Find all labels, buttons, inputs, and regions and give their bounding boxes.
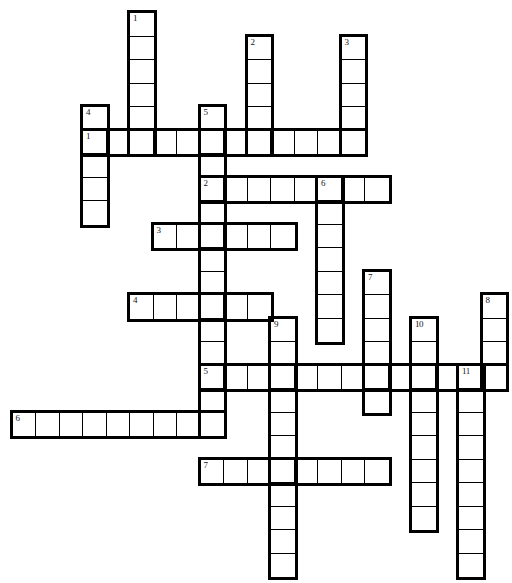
cell-r13-c20[interactable] — [483, 319, 507, 343]
cell-r20-c19[interactable] — [459, 483, 483, 507]
cell-r17-c2[interactable] — [60, 413, 84, 437]
cell-r5-c10[interactable] — [248, 131, 272, 155]
cell-r20-c11[interactable] — [271, 483, 295, 507]
cell-r17-c7[interactable] — [177, 413, 201, 437]
cell-r17-c6[interactable] — [154, 413, 178, 437]
cell-r9-c9[interactable] — [224, 225, 248, 249]
cell-r17-c4[interactable] — [107, 413, 131, 437]
cell-r5-c14[interactable] — [342, 131, 366, 155]
cell-r21-c19[interactable] — [459, 507, 483, 531]
cell-r17-c1[interactable] — [36, 413, 60, 437]
across-5-word: 5 — [198, 363, 510, 393]
cell-r18-c17[interactable] — [412, 436, 436, 460]
cell-r2-c14[interactable] — [342, 60, 366, 84]
cell-r18-c19[interactable] — [459, 436, 483, 460]
down-8-number-label: 8 — [486, 295, 490, 305]
down-11-word: 11 — [456, 363, 486, 581]
cell-r7-c9[interactable] — [224, 178, 248, 202]
cell-r7-c14[interactable] — [342, 178, 366, 202]
down-10-number-label: 10 — [415, 319, 423, 329]
cell-r9-c11[interactable] — [271, 225, 295, 249]
down-7-word: 7 — [362, 269, 392, 416]
cell-r12-c6[interactable] — [154, 295, 178, 319]
across-1-word: 1 — [80, 128, 368, 158]
cell-r21-c11[interactable] — [271, 507, 295, 531]
cell-r19-c11[interactable] — [271, 460, 295, 484]
cell-r9-c13[interactable] — [318, 225, 342, 249]
cell-r17-c5[interactable] — [130, 413, 154, 437]
cell-r15-c14[interactable] — [342, 366, 366, 390]
cell-r20-c17[interactable] — [412, 483, 436, 507]
cell-r16-c17[interactable] — [412, 389, 436, 413]
cell-r5-c8[interactable] — [201, 131, 225, 155]
cell-r15-c20[interactable] — [483, 366, 507, 390]
cell-r5-c7[interactable] — [177, 131, 201, 155]
crossword-board: 12345678910111234567 — [0, 0, 512, 583]
cell-r17-c17[interactable] — [412, 413, 436, 437]
across-7-number-label: 7 — [204, 460, 208, 470]
cell-r5-c4[interactable] — [107, 131, 131, 155]
cell-r3-c14[interactable] — [342, 84, 366, 108]
cell-r3-c10[interactable] — [248, 84, 272, 108]
cell-r12-c7[interactable] — [177, 295, 201, 319]
down-2-number-label: 2 — [251, 37, 255, 47]
cell-r7-c3[interactable] — [83, 178, 107, 202]
cell-r5-c5[interactable] — [130, 131, 154, 155]
cell-r1-c5[interactable] — [130, 37, 154, 61]
cell-r7-c10[interactable] — [248, 178, 272, 202]
cell-r6-c3[interactable] — [83, 154, 107, 178]
cell-r9-c8[interactable] — [201, 225, 225, 249]
cell-r21-c17[interactable] — [412, 507, 436, 531]
cell-r15-c18[interactable] — [436, 366, 460, 390]
cell-r15-c12[interactable] — [295, 366, 319, 390]
down-10-word: 10 — [409, 316, 439, 534]
down-1-number-label: 1 — [133, 13, 137, 23]
cell-r15-c13[interactable] — [318, 366, 342, 390]
cell-r5-c9[interactable] — [224, 131, 248, 155]
cell-r13-c13[interactable] — [318, 319, 342, 343]
cell-r12-c10[interactable] — [248, 295, 272, 319]
cell-r17-c19[interactable] — [459, 413, 483, 437]
cell-r9-c7[interactable] — [177, 225, 201, 249]
across-6-word: 6 — [10, 410, 228, 440]
across-6-number-label: 6 — [16, 413, 20, 423]
cell-r7-c15[interactable] — [365, 178, 389, 202]
down-3-number-label: 3 — [345, 37, 349, 47]
across-3-word: 3 — [151, 222, 298, 252]
cell-r5-c11[interactable] — [271, 131, 295, 155]
cell-r16-c15[interactable] — [365, 389, 389, 413]
cell-r22-c11[interactable] — [271, 530, 295, 554]
across-2-number-label: 2 — [204, 178, 208, 188]
cell-r23-c19[interactable] — [459, 554, 483, 578]
cell-r19-c14[interactable] — [342, 460, 366, 484]
cell-r19-c17[interactable] — [412, 460, 436, 484]
cell-r19-c19[interactable] — [459, 460, 483, 484]
cell-r8-c3[interactable] — [83, 201, 107, 225]
cell-r15-c16[interactable] — [389, 366, 413, 390]
cell-r19-c9[interactable] — [224, 460, 248, 484]
cell-r15-c10[interactable] — [248, 366, 272, 390]
cell-r13-c15[interactable] — [365, 319, 389, 343]
cell-r15-c19[interactable] — [459, 366, 483, 390]
cell-r7-c12[interactable] — [295, 178, 319, 202]
across-5-number-label: 5 — [204, 366, 208, 376]
cell-r15-c11[interactable] — [271, 366, 295, 390]
cell-r16-c19[interactable] — [459, 389, 483, 413]
down-4-word: 4 — [80, 104, 110, 228]
cell-r2-c5[interactable] — [130, 60, 154, 84]
cell-r19-c15[interactable] — [365, 460, 389, 484]
across-4-word: 4 — [127, 292, 274, 322]
cell-r13-c8[interactable] — [201, 319, 225, 343]
down-9-word: 9 — [268, 316, 298, 581]
cell-r7-c11[interactable] — [271, 178, 295, 202]
cell-r12-c13[interactable] — [318, 295, 342, 319]
cell-r19-c13[interactable] — [318, 460, 342, 484]
down-5-number-label: 5 — [204, 107, 208, 117]
cell-r19-c10[interactable] — [248, 460, 272, 484]
cell-r17-c11[interactable] — [271, 413, 295, 437]
cell-r12-c9[interactable] — [224, 295, 248, 319]
cell-r5-c13[interactable] — [318, 131, 342, 155]
cell-r17-c3[interactable] — [83, 413, 107, 437]
cell-r23-c11[interactable] — [271, 554, 295, 578]
down-7-number-label: 7 — [368, 272, 372, 282]
across-1-number-label: 1 — [86, 131, 90, 141]
cell-r17-c8[interactable] — [201, 413, 225, 437]
cell-r7-c13[interactable] — [318, 178, 342, 202]
cell-r5-c12[interactable] — [295, 131, 319, 155]
across-2-word: 2 — [198, 175, 392, 205]
cell-r22-c19[interactable] — [459, 530, 483, 554]
cell-r8-c13[interactable] — [318, 201, 342, 225]
cell-r5-c6[interactable] — [154, 131, 178, 155]
cell-r15-c15[interactable] — [365, 366, 389, 390]
cell-r12-c15[interactable] — [365, 295, 389, 319]
cell-r11-c13[interactable] — [318, 272, 342, 296]
cell-r2-c10[interactable] — [248, 60, 272, 84]
cell-r12-c8[interactable] — [201, 295, 225, 319]
cell-r15-c17[interactable] — [412, 366, 436, 390]
cell-r19-c12[interactable] — [295, 460, 319, 484]
cell-r3-c5[interactable] — [130, 84, 154, 108]
across-7-word: 7 — [198, 457, 392, 487]
cell-r10-c13[interactable] — [318, 248, 342, 272]
across-3-number-label: 3 — [157, 225, 161, 235]
cell-r16-c11[interactable] — [271, 389, 295, 413]
down-9-number-label: 9 — [274, 319, 278, 329]
cell-r9-c10[interactable] — [248, 225, 272, 249]
down-4-number-label: 4 — [86, 107, 90, 117]
cell-r10-c8[interactable] — [201, 248, 225, 272]
across-4-number-label: 4 — [133, 295, 137, 305]
cell-r15-c9[interactable] — [224, 366, 248, 390]
